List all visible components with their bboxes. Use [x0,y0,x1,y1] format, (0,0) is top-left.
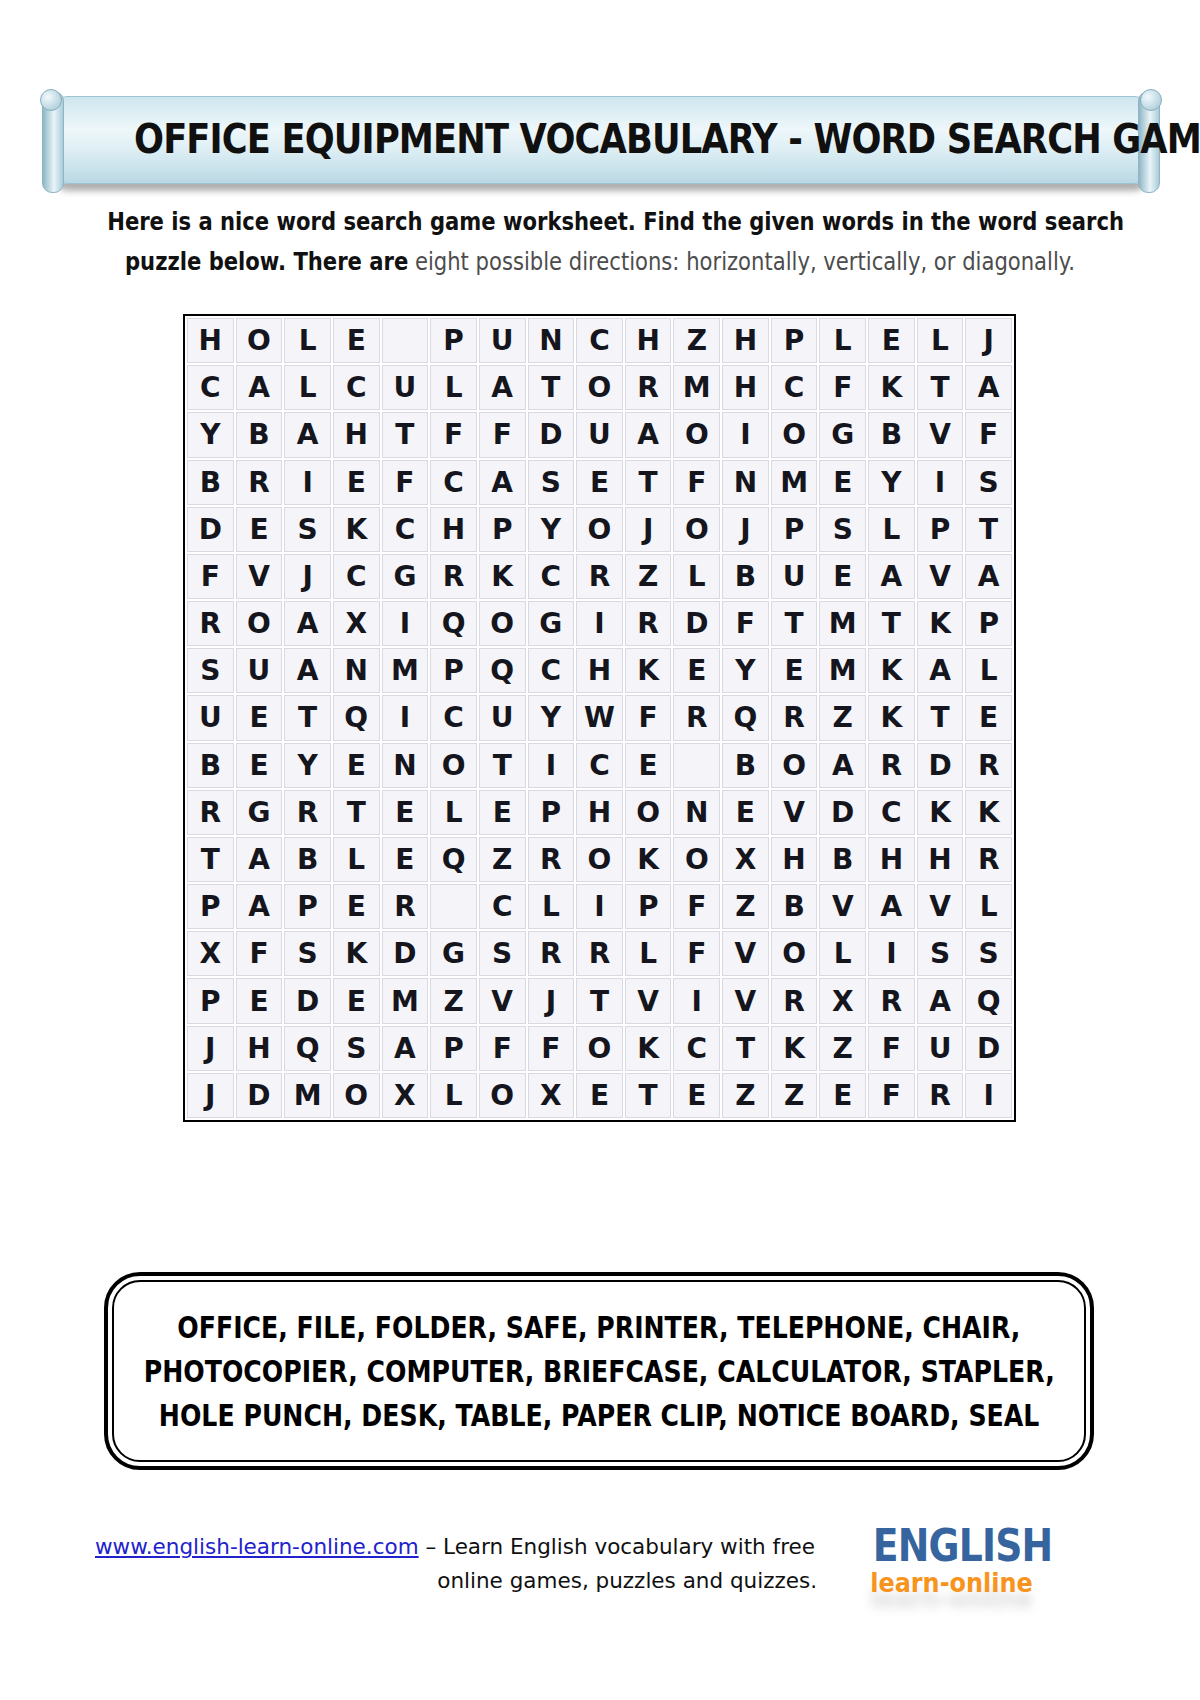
grid-cell-r2c12[interactable]: H [722,365,769,410]
grid-cell-r17c1[interactable]: J [187,1073,234,1118]
grid-cell-r1c8[interactable]: N [528,318,575,363]
grid-cell-r11c10[interactable]: O [625,790,672,835]
grid-cell-r5c17[interactable]: T [965,507,1012,552]
grid-cell-r16c5[interactable]: A [382,1026,429,1071]
grid-cell-r4c3[interactable]: I [284,460,331,505]
grid-cell-r9c5[interactable]: I [382,695,429,740]
grid-cell-r5c16[interactable]: P [917,507,964,552]
grid-cell-r4c9[interactable]: E [576,460,623,505]
grid-cell-r9c1[interactable]: U [187,695,234,740]
grid-cell-r7c5[interactable]: I [382,601,429,646]
grid-cell-r11c12[interactable]: E [722,790,769,835]
banner-left-curl-icon [40,89,62,111]
grid-cell-r13c15[interactable]: A [868,884,915,929]
grid-cell-r14c15[interactable]: I [868,931,915,976]
grid-cell-r15c8[interactable]: J [528,978,575,1023]
grid-cell-r6c12[interactable]: B [722,554,769,599]
grid-cell-r15c17[interactable]: Q [965,978,1012,1023]
grid-cell-r15c7[interactable]: V [479,978,526,1023]
grid-cell-r8c9[interactable]: H [576,648,623,693]
grid-cell-r15c3[interactable]: D [284,978,331,1023]
grid-cell-r2c3[interactable]: L [284,365,331,410]
grid-cell-r17c15[interactable]: F [868,1073,915,1118]
grid-cell-r15c14[interactable]: X [819,978,866,1023]
grid-cell-r4c1[interactable]: B [187,460,234,505]
grid-cell-r3c12[interactable]: I [722,412,769,457]
grid-cell-r2c5[interactable]: U [382,365,429,410]
grid-cell-r10c8[interactable]: I [528,743,575,788]
grid-cell-r7c3[interactable]: A [284,601,331,646]
grid-cell-r12c4[interactable]: L [333,837,380,882]
grid-cell-r4c6[interactable]: C [430,460,477,505]
grid-cell-r15c13[interactable]: R [771,978,818,1023]
grid-cell-r14c1[interactable]: X [187,931,234,976]
grid-cell-r10c13[interactable]: O [771,743,818,788]
grid-cell-r1c14[interactable]: L [819,318,866,363]
grid-cell-r1c11[interactable]: Z [673,318,720,363]
grid-cell-r17c12[interactable]: Z [722,1073,769,1118]
grid-cell-r9c15[interactable]: K [868,695,915,740]
grid-cell-r15c4[interactable]: E [333,978,380,1023]
grid-cell-r11c9[interactable]: H [576,790,623,835]
grid-cell-r8c1[interactable]: S [187,648,234,693]
grid-cell-r6c4[interactable]: C [333,554,380,599]
grid-cell-r13c14[interactable]: V [819,884,866,929]
grid-cell-r8c3[interactable]: A [284,648,331,693]
grid-cell-r6c9[interactable]: R [576,554,623,599]
grid-cell-r3c3[interactable]: A [284,412,331,457]
instructions-line2-directions: eight possible directions: horizontally,… [408,248,1075,276]
grid-cell-r16c9[interactable]: O [576,1026,623,1071]
grid-cell-r1c6[interactable]: P [430,318,477,363]
grid-cell-r14c10[interactable]: L [625,931,672,976]
grid-cell-r8c15[interactable]: K [868,648,915,693]
grid-cell-r3c6[interactable]: F [430,412,477,457]
grid-cell-r9c6[interactable]: C [430,695,477,740]
grid-cell-r7c7[interactable]: O [479,601,526,646]
grid-cell-r17c14[interactable]: E [819,1073,866,1118]
grid-cell-r10c14[interactable]: A [819,743,866,788]
grid-cell-r8c11[interactable]: E [673,648,720,693]
grid-cell-r6c11[interactable]: L [673,554,720,599]
grid-cell-r9c2[interactable]: E [236,695,283,740]
grid-cell-r14c16[interactable]: S [917,931,964,976]
grid-cell-r12c10[interactable]: K [625,837,672,882]
grid-cell-r12c15[interactable]: H [868,837,915,882]
grid-cell-r4c12[interactable]: N [722,460,769,505]
grid-cell-r16c13[interactable]: K [771,1026,818,1071]
grid-cell-r9c14[interactable]: Z [819,695,866,740]
grid-cell-r1c12[interactable]: H [722,318,769,363]
grid-cell-r14c17[interactable]: S [965,931,1012,976]
grid-cell-r12c14[interactable]: B [819,837,866,882]
grid-cell-r2c7[interactable]: A [479,365,526,410]
grid-cell-r16c1[interactable]: J [187,1026,234,1071]
grid-cell-r6c14[interactable]: E [819,554,866,599]
grid-cell-r16c4[interactable]: S [333,1026,380,1071]
grid-cell-r10c7[interactable]: T [479,743,526,788]
grid-cell-r12c1[interactable]: T [187,837,234,882]
grid-cell-r2c2[interactable]: A [236,365,283,410]
site-logo: ENGLISH learn-online [858,1522,1042,1596]
grid-cell-r10c17[interactable]: R [965,743,1012,788]
grid-cell-r11c16[interactable]: K [917,790,964,835]
grid-cell-r5c12[interactable]: J [722,507,769,552]
grid-cell-r13c4[interactable]: E [333,884,380,929]
grid-cell-r1c2[interactable]: O [236,318,283,363]
grid-cell-r11c1[interactable]: R [187,790,234,835]
word-list-line-2: PHOTOCOPIER, COMPUTER, BRIEFCASE, CALCUL… [144,1354,1055,1389]
grid-cell-r10c3[interactable]: Y [284,743,331,788]
grid-cell-r11c3[interactable]: R [284,790,331,835]
grid-cell-r17c17[interactable]: I [965,1073,1012,1118]
grid-cell-r15c16[interactable]: A [917,978,964,1023]
grid-cell-r16c16[interactable]: U [917,1026,964,1071]
grid-cell-r13c12[interactable]: Z [722,884,769,929]
grid-cell-r8c13[interactable]: E [771,648,818,693]
grid-cell-r1c1[interactable]: H [187,318,234,363]
grid-cell-r8c14[interactable]: M [819,648,866,693]
grid-cell-r6c17[interactable]: A [965,554,1012,599]
grid-cell-r10c5[interactable]: N [382,743,429,788]
grid-cell-r10c15[interactable]: R [868,743,915,788]
grid-cell-r12c2[interactable]: A [236,837,283,882]
grid-cell-r2c15[interactable]: K [868,365,915,410]
grid-cell-r2c13[interactable]: C [771,365,818,410]
grid-cell-r14c14[interactable]: L [819,931,866,976]
grid-cell-r12c17[interactable]: R [965,837,1012,882]
grid-cell-r5c10[interactable]: J [625,507,672,552]
grid-cell-r10c9[interactable]: C [576,743,623,788]
grid-cell-r14c13[interactable]: O [771,931,818,976]
grid-cell-r11c7[interactable]: E [479,790,526,835]
grid-cell-r3c5[interactable]: T [382,412,429,457]
grid-cell-r12c11[interactable]: O [673,837,720,882]
grid-cell-r13c16[interactable]: V [917,884,964,929]
grid-cell-r15c10[interactable]: V [625,978,672,1023]
grid-cell-r7c12[interactable]: F [722,601,769,646]
grid-cell-r6c1[interactable]: F [187,554,234,599]
grid-cell-r5c14[interactable]: S [819,507,866,552]
grid-cell-r11c17[interactable]: K [965,790,1012,835]
grid-cell-r16c14[interactable]: Z [819,1026,866,1071]
grid-cell-r16c3[interactable]: Q [284,1026,331,1071]
grid-cell-r2c6[interactable]: L [430,365,477,410]
grid-cell-r6c2[interactable]: V [236,554,283,599]
grid-cell-r4c5[interactable]: F [382,460,429,505]
grid-cell-r11c5[interactable]: E [382,790,429,835]
grid-cell-r3c2[interactable]: B [236,412,283,457]
grid-cell-r17c11[interactable]: E [673,1073,720,1118]
grid-cell-r11c15[interactable]: C [868,790,915,835]
grid-cell-r2c9[interactable]: O [576,365,623,410]
word-list-line-3: HOLE PUNCH, DESK, TABLE, PAPER CLIP, NOT… [159,1398,1039,1433]
grid-cell-r17c5[interactable]: X [382,1073,429,1118]
grid-cell-r5c9[interactable]: O [576,507,623,552]
grid-cell-r16c7[interactable]: F [479,1026,526,1071]
grid-cell-r14c12[interactable]: V [722,931,769,976]
grid-cell-r3c8[interactable]: D [528,412,575,457]
grid-cell-r11c2[interactable]: G [236,790,283,835]
grid-cell-r4c8[interactable]: S [528,460,575,505]
grid-cell-r9c16[interactable]: T [917,695,964,740]
grid-cell-r7c15[interactable]: T [868,601,915,646]
grid-cell-r6c3[interactable]: J [284,554,331,599]
grid-cell-r5c8[interactable]: Y [528,507,575,552]
grid-cell-r3c17[interactable]: F [965,412,1012,457]
grid-cell-r17c6[interactable]: L [430,1073,477,1118]
grid-cell-r3c13[interactable]: O [771,412,818,457]
banner-right-curl-icon [1140,89,1162,111]
grid-cell-r14c5[interactable]: D [382,931,429,976]
grid-cell-r15c6[interactable]: Z [430,978,477,1023]
grid-cell-r16c8[interactable]: F [528,1026,575,1071]
grid-cell-r13c10[interactable]: P [625,884,672,929]
grid-cell-r1c15[interactable]: E [868,318,915,363]
grid-cell-r4c13[interactable]: M [771,460,818,505]
grid-cell-r2c8[interactable]: T [528,365,575,410]
grid-cell-r3c14[interactable]: G [819,412,866,457]
grid-cell-r11c11[interactable]: N [673,790,720,835]
grid-cell-r9c4[interactable]: Q [333,695,380,740]
grid-cell-r11c14[interactable]: D [819,790,866,835]
grid-cell-r12c16[interactable]: H [917,837,964,882]
grid-cell-r16c6[interactable]: P [430,1026,477,1071]
grid-cell-r5c2[interactable]: E [236,507,283,552]
grid-cell-r1c7[interactable]: U [479,318,526,363]
grid-cell-r1c4[interactable]: E [333,318,380,363]
grid-cell-r17c8[interactable]: X [528,1073,575,1118]
grid-cell-r6c7[interactable]: K [479,554,526,599]
grid-cell-r5c6[interactable]: H [430,507,477,552]
grid-cell-r9c10[interactable]: F [625,695,672,740]
grid-cell-r16c2[interactable]: H [236,1026,283,1071]
grid-cell-r12c8[interactable]: R [528,837,575,882]
grid-cell-r12c6[interactable]: Q [430,837,477,882]
grid-cell-r4c11[interactable]: F [673,460,720,505]
grid-cell-r17c3[interactable]: M [284,1073,331,1118]
word-list-line-1: OFFICE, FILE, FOLDER, SAFE, PRINTER, TEL… [177,1310,1020,1345]
grid-cell-r6c5[interactable]: G [382,554,429,599]
grid-cell-r12c5[interactable]: E [382,837,429,882]
grid-cell-r3c15[interactable]: B [868,412,915,457]
grid-cell-r14c8[interactable]: R [528,931,575,976]
grid-cell-r3c4[interactable]: H [333,412,380,457]
grid-cell-r2c1[interactable]: C [187,365,234,410]
grid-cell-r8c4[interactable]: N [333,648,380,693]
grid-cell-r17c10[interactable]: T [625,1073,672,1118]
grid-cell-r13c8[interactable]: L [528,884,575,929]
grid-cell-r3c9[interactable]: U [576,412,623,457]
website-link[interactable]: www.english-learn-online.com [95,1534,419,1559]
grid-cell-r1c5[interactable] [382,318,429,363]
grid-cell-r13c2[interactable]: A [236,884,283,929]
grid-cell-r3c16[interactable]: V [917,412,964,457]
grid-cell-r7c17[interactable]: P [965,601,1012,646]
grid-cell-r3c1[interactable]: Y [187,412,234,457]
grid-cell-r13c1[interactable]: P [187,884,234,929]
grid-cell-r8c12[interactable]: Y [722,648,769,693]
grid-cell-r7c1[interactable]: R [187,601,234,646]
grid-cell-r6c8[interactable]: C [528,554,575,599]
grid-cell-r4c10[interactable]: T [625,460,672,505]
grid-cell-r4c15[interactable]: Y [868,460,915,505]
grid-cell-r10c12[interactable]: B [722,743,769,788]
grid-cell-r1c17[interactable]: J [965,318,1012,363]
grid-cell-r4c7[interactable]: A [479,460,526,505]
grid-cell-r6c13[interactable]: U [771,554,818,599]
grid-cell-r7c14[interactable]: M [819,601,866,646]
grid-cell-r11c4[interactable]: T [333,790,380,835]
grid-cell-r5c13[interactable]: P [771,507,818,552]
grid-cell-r17c13[interactable]: Z [771,1073,818,1118]
grid-cell-r2c4[interactable]: C [333,365,380,410]
grid-cell-r15c9[interactable]: T [576,978,623,1023]
grid-cell-r9c11[interactable]: R [673,695,720,740]
grid-cell-r14c11[interactable]: F [673,931,720,976]
grid-cell-r14c2[interactable]: F [236,931,283,976]
grid-cell-r4c16[interactable]: I [917,460,964,505]
grid-cell-r8c16[interactable]: A [917,648,964,693]
grid-cell-r2c10[interactable]: R [625,365,672,410]
word-list-box: OFFICE, FILE, FOLDER, SAFE, PRINTER, TEL… [104,1272,1094,1470]
grid-cell-r7c10[interactable]: R [625,601,672,646]
grid-cell-r15c1[interactable]: P [187,978,234,1023]
grid-cell-r17c4[interactable]: O [333,1073,380,1118]
grid-cell-r10c2[interactable]: E [236,743,283,788]
grid-cell-r9c13[interactable]: R [771,695,818,740]
grid-cell-r13c5[interactable]: R [382,884,429,929]
grid-cell-r12c3[interactable]: B [284,837,331,882]
grid-cell-r10c4[interactable]: E [333,743,380,788]
grid-cell-r13c9[interactable]: I [576,884,623,929]
grid-cell-r5c4[interactable]: K [333,507,380,552]
grid-cell-r5c7[interactable]: P [479,507,526,552]
grid-cell-r17c2[interactable]: D [236,1073,283,1118]
grid-cell-r17c9[interactable]: E [576,1073,623,1118]
grid-cell-r8c5[interactable]: M [382,648,429,693]
grid-cell-r16c11[interactable]: C [673,1026,720,1071]
grid-cell-r15c15[interactable]: R [868,978,915,1023]
grid-cell-r14c9[interactable]: R [576,931,623,976]
grid-cell-r14c6[interactable]: G [430,931,477,976]
grid-cell-r9c3[interactable]: T [284,695,331,740]
grid-cell-r13c7[interactable]: C [479,884,526,929]
grid-cell-r4c2[interactable]: R [236,460,283,505]
grid-cell-r11c8[interactable]: P [528,790,575,835]
grid-cell-r1c16[interactable]: L [917,318,964,363]
grid-cell-r8c17[interactable]: L [965,648,1012,693]
grid-cell-r9c12[interactable]: Q [722,695,769,740]
grid-cell-r5c1[interactable]: D [187,507,234,552]
grid-cell-r7c13[interactable]: T [771,601,818,646]
grid-cell-r11c6[interactable]: L [430,790,477,835]
grid-cell-r6c15[interactable]: A [868,554,915,599]
grid-cell-r14c4[interactable]: K [333,931,380,976]
grid-cell-r10c1[interactable]: B [187,743,234,788]
grid-cell-r2c11[interactable]: M [673,365,720,410]
grid-cell-r8c10[interactable]: K [625,648,672,693]
grid-cell-r5c5[interactable]: C [382,507,429,552]
grid-cell-r13c13[interactable]: B [771,884,818,929]
grid-cell-r7c6[interactable]: Q [430,601,477,646]
grid-cell-r3c11[interactable]: O [673,412,720,457]
grid-cell-r15c11[interactable]: I [673,978,720,1023]
grid-cell-r9c9[interactable]: W [576,695,623,740]
grid-cell-r13c3[interactable]: P [284,884,331,929]
grid-cell-r7c11[interactable]: D [673,601,720,646]
grid-cell-r4c17[interactable]: S [965,460,1012,505]
grid-cell-r8c2[interactable]: U [236,648,283,693]
grid-cell-r14c3[interactable]: S [284,931,331,976]
grid-cell-r7c2[interactable]: O [236,601,283,646]
grid-cell-r2c14[interactable]: F [819,365,866,410]
grid-cell-r2c16[interactable]: T [917,365,964,410]
grid-cell-r1c3[interactable]: L [284,318,331,363]
grid-cell-r14c7[interactable]: S [479,931,526,976]
grid-cell-r1c13[interactable]: P [771,318,818,363]
grid-cell-r10c10[interactable]: E [625,743,672,788]
grid-cell-r10c11[interactable] [673,743,720,788]
grid-cell-r12c9[interactable]: O [576,837,623,882]
grid-cell-r10c16[interactable]: D [917,743,964,788]
grid-cell-r12c13[interactable]: H [771,837,818,882]
grid-cell-r16c12[interactable]: T [722,1026,769,1071]
grid-cell-r6c16[interactable]: V [917,554,964,599]
grid-cell-r5c3[interactable]: S [284,507,331,552]
grid-cell-r4c14[interactable]: E [819,460,866,505]
grid-cell-r13c6[interactable] [430,884,477,929]
grid-cell-r8c6[interactable]: P [430,648,477,693]
grid-cell-r7c4[interactable]: X [333,601,380,646]
grid-cell-r4c4[interactable]: E [333,460,380,505]
footer: www.english-learn-online.com – Learn Eng… [95,1530,823,1598]
grid-cell-r17c7[interactable]: O [479,1073,526,1118]
grid-cell-r13c17[interactable]: L [965,884,1012,929]
grid-cell-r9c17[interactable]: E [965,695,1012,740]
grid-cell-r8c7[interactable]: Q [479,648,526,693]
grid-cell-r5c11[interactable]: O [673,507,720,552]
grid-cell-r3c7[interactable]: F [479,412,526,457]
grid-cell-r16c15[interactable]: F [868,1026,915,1071]
grid-cell-r3c10[interactable]: A [625,412,672,457]
grid-cell-r13c11[interactable]: F [673,884,720,929]
grid-cell-r10c6[interactable]: O [430,743,477,788]
grid-cell-r5c15[interactable]: L [868,507,915,552]
grid-cell-r17c16[interactable]: R [917,1073,964,1118]
grid-cell-r16c10[interactable]: K [625,1026,672,1071]
grid-cell-r9c8[interactable]: Y [528,695,575,740]
grid-cell-r15c2[interactable]: E [236,978,283,1023]
grid-cell-r16c17[interactable]: D [965,1026,1012,1071]
grid-cell-r7c9[interactable]: I [576,601,623,646]
grid-cell-r1c9[interactable]: C [576,318,623,363]
grid-cell-r11c13[interactable]: V [771,790,818,835]
grid-cell-r2c17[interactable]: A [965,365,1012,410]
grid-cell-r8c8[interactable]: C [528,648,575,693]
footer-tagline-2: online games, puzzles and quizzes. [95,1564,823,1598]
grid-cell-r12c12[interactable]: X [722,837,769,882]
grid-cell-r1c10[interactable]: H [625,318,672,363]
grid-cell-r6c10[interactable]: Z [625,554,672,599]
grid-cell-r7c16[interactable]: K [917,601,964,646]
grid-cell-r9c7[interactable]: U [479,695,526,740]
grid-cell-r7c8[interactable]: G [528,601,575,646]
grid-cell-r12c7[interactable]: Z [479,837,526,882]
grid-cell-r6c6[interactable]: R [430,554,477,599]
grid-cell-r15c5[interactable]: M [382,978,429,1023]
grid-cell-r15c12[interactable]: V [722,978,769,1023]
